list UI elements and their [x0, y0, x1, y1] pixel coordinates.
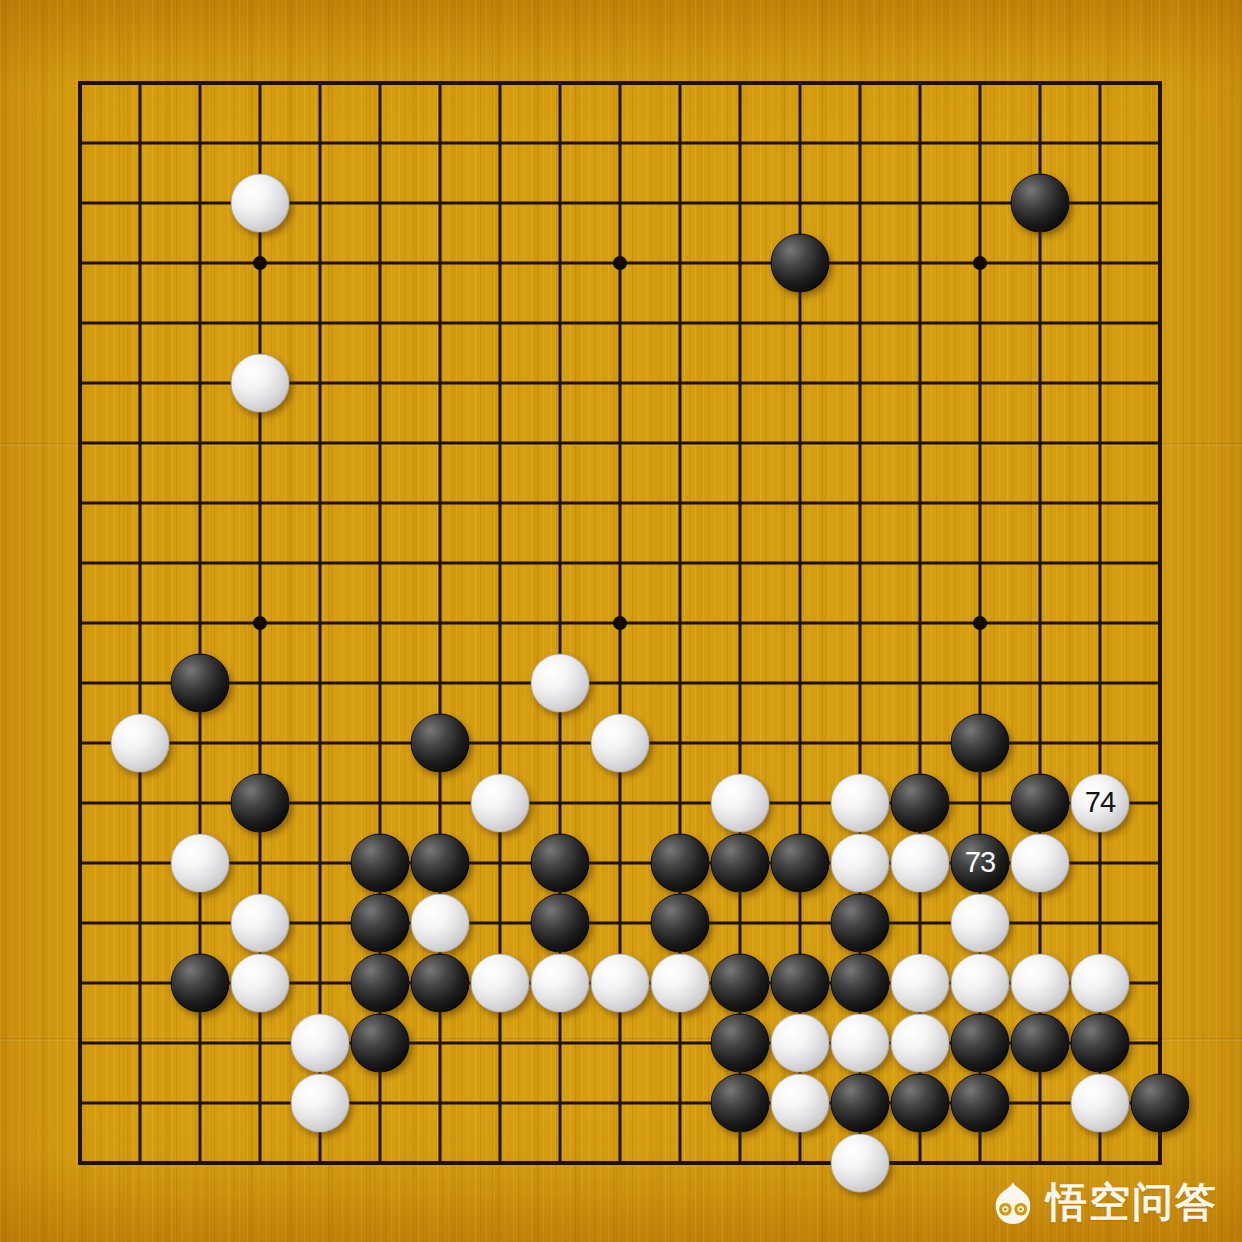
- go-board[interactable]: 7473: [0, 0, 1242, 1242]
- stone-white: [771, 1014, 830, 1073]
- stone-white: [231, 954, 290, 1013]
- stone-white: [831, 834, 890, 893]
- stone-black: 73: [951, 834, 1010, 893]
- stone-white: [231, 174, 290, 233]
- stone-white: [291, 1014, 350, 1073]
- stone-black: [891, 774, 950, 833]
- stone-white: [1011, 954, 1070, 1013]
- stone-black: [651, 834, 710, 893]
- stone-white: [471, 774, 530, 833]
- stone-black: [711, 1014, 770, 1073]
- stone-black: [411, 714, 470, 773]
- stone-white: [891, 834, 950, 893]
- stone-black: [951, 1014, 1010, 1073]
- stone-white: [531, 654, 590, 713]
- stone-white: [471, 954, 530, 1013]
- stone-white: [231, 354, 290, 413]
- go-board-screenshot: 7473 悟空问答: [0, 0, 1242, 1242]
- stone-black: [531, 834, 590, 893]
- stone-black: [351, 834, 410, 893]
- stone-black: [831, 954, 890, 1013]
- stone-white: [591, 954, 650, 1013]
- stone-white: 74: [1071, 774, 1130, 833]
- stone-white: [891, 1014, 950, 1073]
- stone-white: [291, 1074, 350, 1133]
- stone-white: [591, 714, 650, 773]
- stone-black: [711, 954, 770, 1013]
- stone-black: [771, 834, 830, 893]
- stone-black: [231, 774, 290, 833]
- stone-black: [891, 1074, 950, 1133]
- stone-white: [951, 894, 1010, 953]
- stone-black: [1011, 174, 1070, 233]
- stone-black: [771, 954, 830, 1013]
- stone-black: [351, 1014, 410, 1073]
- stone-black: [531, 894, 590, 953]
- stone-white: [171, 834, 230, 893]
- stone-white: [831, 774, 890, 833]
- stone-black: [711, 834, 770, 893]
- stone-white: [831, 1014, 890, 1073]
- stone-white: [1011, 834, 1070, 893]
- stone-black: [1071, 1014, 1130, 1073]
- stone-black: [831, 894, 890, 953]
- stone-black: [351, 894, 410, 953]
- stone-white: [1071, 954, 1130, 1013]
- stone-black: [651, 894, 710, 953]
- stone-white: [891, 954, 950, 1013]
- stone-black: [351, 954, 410, 1013]
- stone-black: [411, 834, 470, 893]
- stone-black: [831, 1074, 890, 1133]
- stone-white: [111, 714, 170, 773]
- stone-white: [771, 1074, 830, 1133]
- stone-white: [531, 954, 590, 1013]
- stone-black: [1011, 1014, 1070, 1073]
- move-number-label: 74: [1085, 788, 1115, 817]
- stone-white: [651, 954, 710, 1013]
- stone-black: [171, 654, 230, 713]
- stone-white: [1071, 1074, 1130, 1133]
- stone-white: [231, 894, 290, 953]
- stone-white: [951, 954, 1010, 1013]
- stone-black: [171, 954, 230, 1013]
- stone-white: [711, 774, 770, 833]
- stone-white: [411, 894, 470, 953]
- stone-black: [951, 714, 1010, 773]
- stone-white: [831, 1134, 890, 1193]
- stone-black: [711, 1074, 770, 1133]
- stone-black: [771, 234, 830, 293]
- move-number-label: 73: [965, 848, 995, 877]
- stone-black: [1131, 1074, 1190, 1133]
- stone-black: [411, 954, 470, 1013]
- stone-black: [1011, 774, 1070, 833]
- stone-black: [951, 1074, 1010, 1133]
